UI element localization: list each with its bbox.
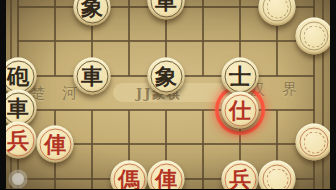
point-marker-bracket xyxy=(96,45,101,50)
point-marker-bracket xyxy=(83,148,88,153)
piece-black-士[interactable]: 士 xyxy=(222,58,259,95)
piece-hidden-red[interactable] xyxy=(259,161,296,190)
point-marker-bracket xyxy=(170,135,175,140)
point-marker-bracket xyxy=(46,11,51,16)
piece-hidden-black[interactable] xyxy=(296,18,333,55)
piece-glyph: 兵 xyxy=(229,167,251,189)
piece-glyph: 兵 xyxy=(7,128,29,150)
piece-black-象[interactable]: 象 xyxy=(148,58,185,95)
piece-red-傌[interactable]: 傌 xyxy=(111,161,148,190)
grid-vline xyxy=(128,0,130,76)
xiangqi-board[interactable]: 楚河 汉界 JJ象棋 車象砲車象士車仕兵俥傌俥兵 xyxy=(0,0,336,189)
piece-glyph: 車 xyxy=(7,96,29,118)
point-marker-bracket xyxy=(157,135,162,140)
move-hint-dot xyxy=(12,173,25,186)
point-marker-bracket xyxy=(83,135,88,140)
piece-red-兵[interactable]: 兵 xyxy=(222,161,259,190)
piece-red-俥[interactable]: 俥 xyxy=(148,161,185,190)
point-marker-bracket xyxy=(157,32,162,37)
letterbox-bar-right xyxy=(330,0,336,189)
piece-glyph: 傌 xyxy=(118,167,140,189)
point-marker-bracket xyxy=(244,135,249,140)
point-marker-bracket xyxy=(231,135,236,140)
point-marker-bracket xyxy=(157,45,162,50)
point-marker-bracket xyxy=(170,32,175,37)
point-marker-bracket xyxy=(59,11,64,16)
piece-glyph: 車 xyxy=(155,0,177,11)
piece-black-象[interactable]: 象 xyxy=(74,0,111,26)
piece-glyph: 俥 xyxy=(155,167,177,189)
piece-hidden-black[interactable] xyxy=(259,0,296,26)
point-marker-bracket xyxy=(244,32,249,37)
point-marker-bracket xyxy=(46,0,51,3)
letterbox-bar-left xyxy=(0,0,6,189)
point-marker-bracket xyxy=(170,45,175,50)
point-marker-bracket xyxy=(59,0,64,3)
point-marker-bracket xyxy=(22,45,27,50)
piece-glyph: 砲 xyxy=(7,64,29,86)
piece-glyph: 象 xyxy=(155,64,177,86)
piece-glyph: 仕 xyxy=(229,98,251,120)
point-marker-bracket xyxy=(244,45,249,50)
point-marker-bracket xyxy=(59,183,64,188)
river-text-right: 汉界 xyxy=(250,80,314,99)
point-marker-bracket xyxy=(170,148,175,153)
piece-red-俥[interactable]: 俥 xyxy=(37,126,74,163)
piece-hidden-red[interactable] xyxy=(296,124,333,161)
piece-glyph: 士 xyxy=(229,64,251,86)
grid-hline xyxy=(17,40,315,42)
piece-glyph: 車 xyxy=(81,64,103,86)
piece-red-仕[interactable]: 仕 xyxy=(222,92,259,129)
point-marker-bracket xyxy=(231,45,236,50)
point-marker-bracket xyxy=(83,32,88,37)
point-marker-bracket xyxy=(231,148,236,153)
piece-black-車[interactable]: 車 xyxy=(148,0,185,20)
piece-glyph: 象 xyxy=(81,0,103,17)
grid-vline xyxy=(54,0,56,76)
point-marker-bracket xyxy=(231,32,236,37)
point-marker-bracket xyxy=(83,45,88,50)
point-marker-bracket xyxy=(244,148,249,153)
point-marker-bracket xyxy=(46,170,51,175)
piece-glyph: 俥 xyxy=(44,132,66,154)
game-screen: 楚河 汉界 JJ象棋 車象砲車象士車仕兵俥傌俥兵 xyxy=(0,0,336,189)
piece-black-車[interactable]: 車 xyxy=(74,58,111,95)
grid-vline xyxy=(202,0,204,76)
point-marker-bracket xyxy=(157,148,162,153)
point-marker-bracket xyxy=(96,32,101,37)
point-marker-bracket xyxy=(46,183,51,188)
point-marker-bracket xyxy=(22,32,27,37)
point-marker-bracket xyxy=(96,148,101,153)
point-marker-bracket xyxy=(96,135,101,140)
point-marker-bracket xyxy=(59,170,64,175)
grid-hline xyxy=(17,109,315,111)
